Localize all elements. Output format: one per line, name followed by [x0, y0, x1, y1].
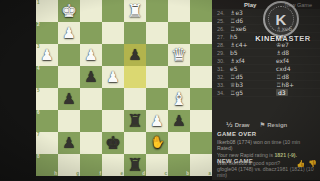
white-move[interactable]: ♗xf4: [230, 57, 276, 64]
square-c5[interactable]: [146, 88, 168, 110]
rating-prefix: Your new Rapid rating is: [217, 152, 274, 158]
square-h1[interactable]: 1: [36, 0, 58, 22]
move-row-25: 25.♖d6: [212, 17, 320, 25]
square-g7[interactable]: ♟: [58, 132, 80, 154]
square-c2[interactable]: [146, 22, 168, 44]
file-label-g: g: [76, 171, 79, 176]
move-row-30: 30.♗xf4exf4: [212, 57, 320, 65]
black-move[interactable]: b4: [276, 33, 320, 40]
square-h2[interactable]: 2: [36, 22, 58, 44]
rank-label-7: 7: [37, 132, 40, 137]
square-c1[interactable]: [146, 0, 168, 22]
square-h7[interactable]: 7: [36, 132, 58, 154]
move-number: 25.: [217, 18, 230, 24]
square-d4[interactable]: [124, 66, 146, 88]
white-move[interactable]: b5: [230, 49, 276, 56]
black-king-e7: ♚: [102, 132, 124, 154]
white-rook-d1: ♜: [124, 0, 146, 22]
square-b4[interactable]: [168, 66, 190, 88]
move-number: 26.: [217, 26, 230, 32]
move-number: 29.: [217, 50, 230, 56]
white-move[interactable]: ♗e3: [230, 9, 276, 16]
black-move[interactable]: ♔e7: [276, 41, 320, 48]
square-g6[interactable]: [58, 110, 80, 132]
move-row-29: 29.b5♗d8: [212, 49, 320, 57]
side-panel: Play New Game 24.♗e325.♖d626.♖xe6♗xe627.…: [212, 0, 320, 180]
move-row-32: 32.♖d5♖d8: [212, 73, 320, 81]
square-d7[interactable]: [124, 132, 146, 154]
rank-label-6: 6: [37, 110, 40, 115]
rank-label-4: 4: [37, 66, 40, 71]
square-f7[interactable]: [80, 132, 102, 154]
square-f3[interactable]: ♟: [80, 44, 102, 66]
resign-button[interactable]: ⚑ Resign: [259, 121, 287, 129]
tab-play[interactable]: Play: [244, 2, 256, 8]
white-move[interactable]: ♖xe6: [230, 25, 276, 32]
draw-label: Draw: [235, 122, 250, 128]
square-e1[interactable]: [102, 0, 124, 22]
square-b3[interactable]: ♛: [168, 44, 190, 66]
square-b6[interactable]: ♟: [168, 110, 190, 132]
move-number: 34.: [217, 90, 230, 96]
white-king-g1: ♚: [58, 0, 80, 22]
white-move[interactable]: ♖g5: [230, 89, 276, 96]
move-row-33: 33.♕b3♖h8+: [212, 81, 320, 89]
square-g5[interactable]: ♟: [58, 88, 80, 110]
square-a7[interactable]: [190, 132, 212, 154]
square-h6[interactable]: 6: [36, 110, 58, 132]
white-bishop-b5: ♝: [168, 88, 190, 110]
black-pawn-d3: ♟: [124, 44, 146, 66]
new-game-section: NEW GAME gfogle04 (1748) vs. dbacz1981 (…: [217, 158, 317, 180]
square-e6[interactable]: [102, 110, 124, 132]
black-move[interactable]: cxd4: [276, 65, 320, 72]
square-e3[interactable]: [102, 44, 124, 66]
square-b2[interactable]: [168, 22, 190, 44]
flag-icon: ⚑: [259, 121, 265, 129]
rating-value: 1821 (-9).: [274, 152, 297, 158]
hand-cursor-icon: ✋: [149, 134, 166, 150]
square-d5[interactable]: [124, 88, 146, 110]
file-label-a: a: [208, 171, 211, 176]
white-queen-b3: ♛: [168, 44, 190, 66]
move-row-34: 34.♖g5d3: [212, 89, 320, 97]
file-label-h: h: [54, 171, 57, 176]
action-buttons: ½ Draw ⚑ Resign: [212, 119, 320, 130]
move-number: 28.: [217, 42, 230, 48]
white-move[interactable]: h5: [230, 33, 276, 40]
black-move[interactable]: ♗d8: [276, 49, 320, 56]
square-g2[interactable]: ♟: [58, 22, 80, 44]
square-d8[interactable]: d♜: [124, 154, 146, 176]
draw-button[interactable]: ½ Draw: [226, 121, 249, 129]
move-number: 30.: [217, 58, 230, 64]
square-b1[interactable]: [168, 0, 190, 22]
move-row-31: 31.e5cxd4: [212, 65, 320, 73]
square-e2[interactable]: [102, 22, 124, 44]
square-h8[interactable]: 8h: [36, 154, 58, 176]
square-e7[interactable]: ♚: [102, 132, 124, 154]
move-number: 31.: [217, 66, 230, 72]
square-c6[interactable]: ♟: [146, 110, 168, 132]
rank-label-8: 8: [37, 154, 40, 159]
game-over-result: Ilkerb08 (1774) won on time (10 min Rate…: [217, 139, 317, 152]
square-d1[interactable]: ♜: [124, 0, 146, 22]
game-over-title: GAME OVER: [217, 131, 317, 137]
square-b7[interactable]: [168, 132, 190, 154]
screen: 1♚♜2♟3♟♟♟♛4♟♟5♟♝6♜♟♟7♟♚8hgfed♜cba Play N…: [0, 0, 320, 180]
move-row-27: 27.h5b4: [212, 33, 320, 41]
rank-label-3: 3: [37, 44, 40, 49]
file-label-d: d: [142, 171, 145, 176]
square-d6[interactable]: ♜: [124, 110, 146, 132]
square-b5[interactable]: ♝: [168, 88, 190, 110]
square-h3[interactable]: 3♟: [36, 44, 58, 66]
square-g4[interactable]: [58, 66, 80, 88]
square-c3[interactable]: [146, 44, 168, 66]
square-e4[interactable]: ♟: [102, 66, 124, 88]
file-label-f: f: [100, 171, 102, 176]
panel-tabs: Play New Game: [212, 0, 320, 9]
square-d3[interactable]: ♟: [124, 44, 146, 66]
white-move[interactable]: e5: [230, 65, 276, 72]
square-b8[interactable]: b: [168, 154, 190, 176]
square-a4[interactable]: [190, 66, 212, 88]
move-row-28: 28.♗c4+♔e7: [212, 41, 320, 49]
white-move[interactable]: ♖d6: [230, 17, 276, 24]
square-g8[interactable]: g: [58, 154, 80, 176]
file-label-c: c: [164, 171, 167, 176]
file-label-b: b: [186, 171, 189, 176]
black-move[interactable]: d3: [276, 89, 320, 96]
odds-line: Win +6 / Draw -2 / Loss -19: [217, 179, 317, 181]
square-c8[interactable]: c: [146, 154, 168, 176]
move-number: 24.: [217, 10, 230, 16]
square-a1[interactable]: [190, 0, 212, 22]
move-number: 33.: [217, 82, 230, 88]
square-a5[interactable]: [190, 88, 212, 110]
white-pawn-c6: ♟: [146, 110, 168, 132]
half-point-icon: ½: [226, 121, 233, 129]
black-move[interactable]: exf4: [276, 57, 320, 64]
new-game-title: NEW GAME: [217, 158, 317, 164]
square-f1[interactable]: [80, 0, 102, 22]
square-a6[interactable]: [190, 110, 212, 132]
square-e8[interactable]: e: [102, 154, 124, 176]
black-pawn-g7: ♟: [58, 132, 80, 154]
black-pawn-b6: ♟: [168, 110, 190, 132]
tab-new-game[interactable]: New Game: [284, 2, 312, 8]
white-move[interactable]: ♗c4+: [230, 41, 276, 48]
current-move-box[interactable]: d3: [276, 89, 288, 96]
square-a2[interactable]: [190, 22, 212, 44]
white-pawn-f3: ♟: [80, 44, 102, 66]
square-d2[interactable]: [124, 22, 146, 44]
square-c4[interactable]: [146, 66, 168, 88]
white-pawn-g2: ♟: [58, 22, 80, 44]
square-f2[interactable]: [80, 22, 102, 44]
black-move[interactable]: ♖h8+: [276, 81, 320, 88]
black-pawn-g5: ♟: [58, 88, 80, 110]
black-rook-d6: ♜: [124, 110, 146, 132]
move-row-26: 26.♖xe6♗xe6: [212, 25, 320, 33]
square-f5[interactable]: [80, 88, 102, 110]
pairing-line: gfogle04 (1748) vs. dbacz1981 (1821) (10…: [217, 166, 317, 179]
letterbox-left: [0, 0, 36, 180]
chess-board: 1♚♜2♟3♟♟♟♛4♟♟5♟♝6♜♟♟7♟♚8hgfed♜cba: [36, 0, 212, 176]
square-f8[interactable]: f: [80, 154, 102, 176]
square-a8[interactable]: a: [190, 154, 212, 176]
white-move[interactable]: ♖d5: [230, 73, 276, 80]
square-h5[interactable]: 5: [36, 88, 58, 110]
move-number: 27.: [217, 34, 230, 40]
square-h4[interactable]: 4: [36, 66, 58, 88]
square-e5[interactable]: [102, 88, 124, 110]
black-move[interactable]: ♖d8: [276, 73, 320, 80]
square-g3[interactable]: [58, 44, 80, 66]
square-g1[interactable]: ♚: [58, 0, 80, 22]
square-f4[interactable]: ♟: [80, 66, 102, 88]
white-move[interactable]: ♕b3: [230, 81, 276, 88]
move-list: 24.♗e325.♖d626.♖xe6♗xe627.h5b428.♗c4+♔e7…: [212, 9, 320, 97]
rank-label-5: 5: [37, 88, 40, 93]
black-move[interactable]: ♗xe6: [276, 25, 320, 32]
black-pawn-f4: ♟: [80, 66, 102, 88]
square-a3[interactable]: [190, 44, 212, 66]
file-label-e: e: [120, 171, 123, 176]
resign-label: Resign: [267, 122, 287, 128]
move-row-24: 24.♗e3: [212, 9, 320, 17]
white-pawn-e4: ♟: [102, 66, 124, 88]
square-f6[interactable]: [80, 110, 102, 132]
rank-label-1: 1: [37, 0, 40, 5]
move-number: 32.: [217, 74, 230, 80]
rank-label-2: 2: [37, 22, 40, 27]
